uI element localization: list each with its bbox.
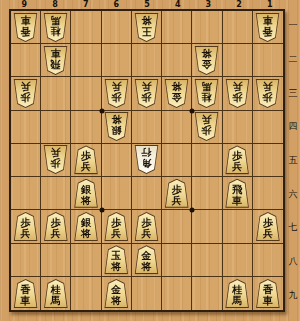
square-9五[interactable] — [11, 144, 41, 177]
piece-kanji: 兵 — [141, 228, 151, 239]
piece-kanji: 兵 — [81, 161, 91, 172]
piece-kanji: 兵 — [111, 228, 121, 239]
piece-kanji: 兵 — [263, 81, 273, 92]
gote-rook-piece[interactable]: 飛車 — [43, 46, 68, 75]
gote-pawn-piece[interactable]: 歩兵 — [13, 79, 38, 108]
hoshi-dot — [190, 108, 195, 113]
piece-kanji: 兵 — [172, 195, 182, 206]
piece-kanji: 兵 — [202, 114, 212, 125]
gote-pawn-piece[interactable]: 歩兵 — [104, 79, 129, 108]
rank-label-9: 九 — [286, 278, 300, 312]
piece-kanji: 歩 — [141, 92, 151, 103]
square-2一[interactable] — [223, 11, 253, 44]
square-6五[interactable] — [102, 144, 132, 177]
gote-silver-piece[interactable]: 銀将 — [104, 112, 129, 141]
piece-kanji: 車 — [21, 295, 31, 306]
square-6八[interactable]: 玉将 — [102, 244, 132, 277]
sente-pawn-piece[interactable]: 歩兵 — [164, 179, 189, 208]
square-2七[interactable] — [223, 210, 253, 243]
piece-face: 桂馬 — [195, 80, 218, 107]
square-6三[interactable]: 歩兵 — [102, 77, 132, 110]
piece-kanji: 兵 — [51, 228, 61, 239]
file-label-1: 1 — [254, 0, 285, 9]
square-4四[interactable] — [162, 111, 192, 144]
file-label-6: 6 — [101, 0, 132, 9]
piece-kanji: 飛 — [232, 184, 242, 195]
piece-kanji: 将 — [172, 81, 182, 92]
piece-kanji: 兵 — [232, 81, 242, 92]
piece-kanji: 歩 — [111, 217, 121, 228]
square-6二[interactable] — [102, 44, 132, 77]
sente-lance-piece[interactable]: 香車 — [13, 279, 38, 308]
square-3三[interactable]: 桂馬 — [192, 77, 222, 110]
square-3七[interactable] — [192, 210, 222, 243]
square-1二[interactable] — [253, 44, 283, 77]
piece-face: 歩兵 — [135, 213, 158, 240]
square-4五[interactable] — [162, 144, 192, 177]
square-1七[interactable]: 歩兵 — [253, 210, 283, 243]
square-1一[interactable]: 香車 — [253, 11, 283, 44]
square-1九[interactable]: 香車 — [253, 277, 283, 310]
square-3一[interactable] — [192, 11, 222, 44]
piece-kanji: 将 — [81, 228, 91, 239]
square-7五[interactable]: 歩兵 — [71, 144, 101, 177]
file-label-9: 9 — [9, 0, 40, 9]
piece-kanji: 車 — [232, 195, 242, 206]
gote-pawn-piece[interactable]: 歩兵 — [134, 79, 159, 108]
piece-face: 歩兵 — [226, 146, 249, 173]
piece-kanji: 桂 — [51, 26, 61, 37]
square-7七[interactable]: 銀将 — [71, 210, 101, 243]
piece-kanji: 角 — [141, 158, 151, 169]
piece-face: 歩兵 — [256, 80, 279, 107]
square-3四[interactable]: 歩兵 — [192, 111, 222, 144]
gote-pawn-piece[interactable]: 歩兵 — [194, 112, 219, 141]
square-1四[interactable] — [253, 111, 283, 144]
sente-knight-piece[interactable]: 桂馬 — [225, 279, 250, 308]
square-9六[interactable] — [11, 177, 41, 210]
square-9九[interactable]: 香車 — [11, 277, 41, 310]
piece-kanji: 飛 — [51, 59, 61, 70]
piece-kanji: 歩 — [51, 217, 61, 228]
piece-kanji: 歩 — [141, 217, 151, 228]
square-8九[interactable]: 桂馬 — [41, 277, 71, 310]
piece-kanji: 兵 — [232, 161, 242, 172]
file-labels: 987654321 — [9, 0, 285, 9]
piece-face: 歩兵 — [75, 146, 98, 173]
square-4一[interactable] — [162, 11, 192, 44]
piece-face: 玉将 — [105, 246, 128, 273]
square-1八[interactable] — [253, 244, 283, 277]
sente-knight-piece[interactable]: 桂馬 — [43, 279, 68, 308]
piece-face: 歩兵 — [195, 113, 218, 140]
gote-bishop-piece[interactable]: 角行 — [134, 145, 159, 174]
square-1三[interactable]: 歩兵 — [253, 77, 283, 110]
piece-kanji: 金 — [141, 250, 151, 261]
piece-kanji: 歩 — [21, 217, 31, 228]
square-5六[interactable] — [132, 177, 162, 210]
piece-kanji: 香 — [21, 284, 31, 295]
square-9七[interactable]: 歩兵 — [11, 210, 41, 243]
piece-face: 歩兵 — [105, 213, 128, 240]
piece-face: 歩兵 — [135, 80, 158, 107]
piece-kanji: 銀 — [81, 217, 91, 228]
gote-king-piece[interactable]: 王将 — [134, 13, 159, 42]
piece-kanji: 車 — [263, 295, 273, 306]
piece-face: 銀将 — [75, 180, 98, 207]
piece-kanji: 歩 — [232, 92, 242, 103]
rank-label-2: 二 — [286, 43, 300, 77]
square-2八[interactable] — [223, 244, 253, 277]
piece-kanji: 銀 — [81, 184, 91, 195]
square-3六[interactable] — [192, 177, 222, 210]
square-5五[interactable]: 角行 — [132, 144, 162, 177]
piece-kanji: 馬 — [51, 15, 61, 26]
square-5三[interactable]: 歩兵 — [132, 77, 162, 110]
piece-face: 香車 — [14, 14, 37, 41]
sente-pawn-piece[interactable]: 歩兵 — [134, 212, 159, 241]
piece-kanji: 馬 — [51, 295, 61, 306]
piece-face: 歩兵 — [105, 80, 128, 107]
piece-kanji: 桂 — [232, 284, 242, 295]
rank-label-5: 五 — [286, 144, 300, 178]
sente-king-piece[interactable]: 玉将 — [104, 245, 129, 274]
square-9三[interactable]: 歩兵 — [11, 77, 41, 110]
piece-kanji: 兵 — [263, 228, 273, 239]
file-label-5: 5 — [132, 0, 163, 9]
square-3八[interactable] — [192, 244, 222, 277]
piece-face: 角行 — [135, 146, 158, 173]
sente-gold-piece[interactable]: 金将 — [104, 279, 129, 308]
square-4七[interactable] — [162, 210, 192, 243]
sente-rook-piece[interactable]: 飛車 — [225, 179, 250, 208]
piece-kanji: 金 — [111, 284, 121, 295]
square-3五[interactable] — [192, 144, 222, 177]
piece-face: 歩兵 — [14, 213, 37, 240]
rank-label-4: 四 — [286, 110, 300, 144]
square-6六[interactable] — [102, 177, 132, 210]
square-8六[interactable] — [41, 177, 71, 210]
piece-kanji: 将 — [111, 114, 121, 125]
piece-kanji: 歩 — [172, 184, 182, 195]
sente-pawn-piece[interactable]: 歩兵 — [225, 145, 250, 174]
square-5九[interactable] — [132, 277, 162, 310]
sente-pawn-piece[interactable]: 歩兵 — [255, 212, 280, 241]
piece-kanji: 歩 — [111, 92, 121, 103]
square-4九[interactable] — [162, 277, 192, 310]
square-5四[interactable] — [132, 111, 162, 144]
file-label-7: 7 — [70, 0, 101, 9]
square-8八[interactable] — [41, 244, 71, 277]
piece-kanji: 兵 — [111, 81, 121, 92]
piece-kanji: 歩 — [263, 92, 273, 103]
piece-kanji: 歩 — [81, 150, 91, 161]
file-label-4: 4 — [162, 0, 193, 9]
piece-kanji: 歩 — [51, 158, 61, 169]
piece-kanji: 兵 — [21, 81, 31, 92]
piece-face: 金将 — [195, 47, 218, 74]
square-9四[interactable] — [11, 111, 41, 144]
piece-kanji: 香 — [263, 284, 273, 295]
gote-pawn-piece[interactable]: 歩兵 — [43, 145, 68, 174]
piece-face: 金将 — [105, 280, 128, 307]
sente-pawn-piece[interactable]: 歩兵 — [74, 145, 99, 174]
gote-lance-piece[interactable]: 香車 — [255, 13, 280, 42]
hoshi-dot — [99, 208, 104, 213]
piece-face: 歩兵 — [165, 180, 188, 207]
square-6九[interactable]: 金将 — [102, 277, 132, 310]
square-8三[interactable] — [41, 77, 71, 110]
square-5一[interactable]: 王将 — [132, 11, 162, 44]
square-6七[interactable]: 歩兵 — [102, 210, 132, 243]
piece-kanji: 歩 — [202, 125, 212, 136]
square-7二[interactable] — [71, 44, 101, 77]
hoshi-dot — [190, 208, 195, 213]
piece-kanji: 馬 — [232, 295, 242, 306]
board: 香車桂馬王将香車飛車金将歩兵歩兵歩兵金将桂馬歩兵歩兵銀将歩兵歩兵歩兵角行歩兵銀将… — [9, 9, 285, 312]
piece-kanji: 将 — [202, 48, 212, 59]
rank-label-6: 六 — [286, 177, 300, 211]
square-9八[interactable] — [11, 244, 41, 277]
piece-kanji: 玉 — [111, 250, 121, 261]
file-label-2: 2 — [224, 0, 255, 9]
square-7八[interactable] — [71, 244, 101, 277]
square-2九[interactable]: 桂馬 — [223, 277, 253, 310]
sente-lance-piece[interactable]: 香車 — [255, 279, 280, 308]
file-label-3: 3 — [193, 0, 224, 9]
square-2五[interactable]: 歩兵 — [223, 144, 253, 177]
piece-kanji: 将 — [141, 261, 151, 272]
square-4六[interactable]: 歩兵 — [162, 177, 192, 210]
gote-pawn-piece[interactable]: 歩兵 — [255, 79, 280, 108]
square-8四[interactable] — [41, 111, 71, 144]
piece-kanji: 香 — [263, 26, 273, 37]
piece-face: 香車 — [256, 14, 279, 41]
piece-face: 歩兵 — [14, 80, 37, 107]
square-8二[interactable]: 飛車 — [41, 44, 71, 77]
square-6一[interactable] — [102, 11, 132, 44]
piece-face: 桂馬 — [44, 280, 67, 307]
rank-label-8: 八 — [286, 245, 300, 279]
piece-face: 歩兵 — [226, 80, 249, 107]
piece-kanji: 兵 — [21, 228, 31, 239]
sente-pawn-piece[interactable]: 歩兵 — [13, 212, 38, 241]
piece-kanji: 歩 — [21, 92, 31, 103]
square-8五[interactable]: 歩兵 — [41, 144, 71, 177]
piece-face: 香車 — [256, 280, 279, 307]
piece-face: 桂馬 — [44, 14, 67, 41]
gote-gold-piece[interactable]: 金将 — [164, 79, 189, 108]
piece-kanji: 兵 — [51, 147, 61, 158]
piece-face: 飛車 — [226, 180, 249, 207]
rank-label-1: 一 — [286, 9, 300, 43]
square-7六[interactable]: 銀将 — [71, 177, 101, 210]
square-5八[interactable]: 金将 — [132, 244, 162, 277]
sente-silver-piece[interactable]: 銀将 — [74, 212, 99, 241]
gote-pawn-piece[interactable]: 歩兵 — [225, 79, 250, 108]
square-4二[interactable] — [162, 44, 192, 77]
gote-gold-piece[interactable]: 金将 — [194, 46, 219, 75]
piece-kanji: 車 — [21, 15, 31, 26]
piece-kanji: 歩 — [263, 217, 273, 228]
square-7一[interactable] — [71, 11, 101, 44]
square-4八[interactable] — [162, 244, 192, 277]
piece-face: 飛車 — [44, 47, 67, 74]
rank-label-3: 三 — [286, 76, 300, 110]
sente-gold-piece[interactable]: 金将 — [134, 245, 159, 274]
piece-kanji: 金 — [202, 59, 212, 70]
piece-kanji: 行 — [141, 147, 151, 158]
piece-face: 銀将 — [105, 113, 128, 140]
square-2六[interactable]: 飛車 — [223, 177, 253, 210]
piece-face: 歩兵 — [44, 146, 67, 173]
piece-face: 歩兵 — [256, 213, 279, 240]
square-6四[interactable]: 銀将 — [102, 111, 132, 144]
square-8七[interactable]: 歩兵 — [41, 210, 71, 243]
square-3九[interactable] — [192, 277, 222, 310]
square-1六[interactable] — [253, 177, 283, 210]
file-label-8: 8 — [40, 0, 71, 9]
piece-kanji: 馬 — [202, 81, 212, 92]
piece-kanji: 車 — [263, 15, 273, 26]
hoshi-dot — [99, 108, 104, 113]
square-8一[interactable]: 桂馬 — [41, 11, 71, 44]
square-5七[interactable]: 歩兵 — [132, 210, 162, 243]
piece-face: 銀将 — [75, 213, 98, 240]
piece-kanji: 歩 — [232, 150, 242, 161]
rank-labels: 一二三四五六七八九 — [286, 9, 300, 312]
piece-kanji: 香 — [21, 26, 31, 37]
square-2三[interactable]: 歩兵 — [223, 77, 253, 110]
square-7四[interactable] — [71, 111, 101, 144]
square-1五[interactable] — [253, 144, 283, 177]
square-9二[interactable] — [11, 44, 41, 77]
piece-face: 王将 — [135, 14, 158, 41]
square-9一[interactable]: 香車 — [11, 11, 41, 44]
piece-kanji: 桂 — [202, 92, 212, 103]
piece-face: 金将 — [165, 80, 188, 107]
piece-kanji: 将 — [141, 15, 151, 26]
piece-face: 桂馬 — [226, 280, 249, 307]
piece-kanji: 王 — [141, 26, 151, 37]
gote-knight-piece[interactable]: 桂馬 — [43, 13, 68, 42]
square-7九[interactable] — [71, 277, 101, 310]
square-7三[interactable] — [71, 77, 101, 110]
piece-kanji: 銀 — [111, 125, 121, 136]
piece-kanji: 将 — [81, 195, 91, 206]
gote-lance-piece[interactable]: 香車 — [13, 13, 38, 42]
shogi-app: 987654321 一二三四五六七八九 香車桂馬王将香車飛車金将歩兵歩兵歩兵金将… — [0, 0, 300, 321]
piece-face: 香車 — [14, 280, 37, 307]
piece-kanji: 桂 — [51, 284, 61, 295]
square-2四[interactable] — [223, 111, 253, 144]
square-5二[interactable] — [132, 44, 162, 77]
piece-kanji: 兵 — [141, 81, 151, 92]
sente-pawn-piece[interactable]: 歩兵 — [104, 212, 129, 241]
piece-kanji: 将 — [111, 295, 121, 306]
rank-label-7: 七 — [286, 211, 300, 245]
gote-knight-piece[interactable]: 桂馬 — [194, 79, 219, 108]
sente-silver-piece[interactable]: 銀将 — [74, 179, 99, 208]
sente-pawn-piece[interactable]: 歩兵 — [43, 212, 68, 241]
piece-kanji: 金 — [172, 92, 182, 103]
piece-face: 歩兵 — [44, 213, 67, 240]
square-3二[interactable]: 金将 — [192, 44, 222, 77]
square-4三[interactable]: 金将 — [162, 77, 192, 110]
square-2二[interactable] — [223, 44, 253, 77]
piece-kanji: 車 — [51, 48, 61, 59]
piece-kanji: 将 — [111, 261, 121, 272]
piece-face: 金将 — [135, 246, 158, 273]
